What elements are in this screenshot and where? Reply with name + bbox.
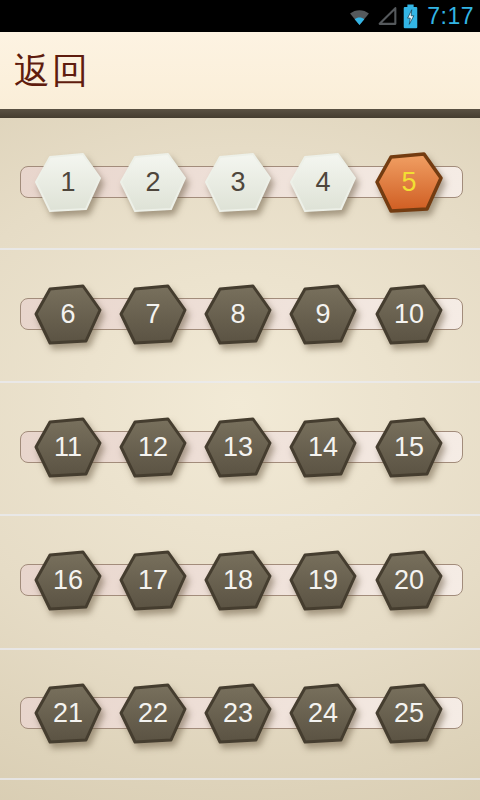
row-divider xyxy=(0,648,480,650)
level-number: 5 xyxy=(375,152,443,214)
level-button-3[interactable]: 3 xyxy=(204,152,272,214)
row-divider xyxy=(0,778,480,780)
level-number: 16 xyxy=(34,550,102,612)
level-button-19[interactable]: 19 xyxy=(289,550,357,612)
level-number: 18 xyxy=(204,550,272,612)
level-number: 14 xyxy=(289,417,357,479)
row-divider xyxy=(0,248,480,250)
level-number: 6 xyxy=(34,284,102,346)
level-number: 1 xyxy=(34,152,102,214)
level-number: 15 xyxy=(375,417,443,479)
level-button-25[interactable]: 25 xyxy=(375,683,443,745)
signal-strength-icon xyxy=(376,4,399,28)
level-number: 17 xyxy=(119,550,187,612)
level-button-1[interactable]: 1 xyxy=(34,152,102,214)
level-button-20[interactable]: 20 xyxy=(375,550,443,612)
level-button-7[interactable]: 7 xyxy=(119,284,187,346)
level-button-18[interactable]: 18 xyxy=(204,550,272,612)
battery-charging-icon xyxy=(402,4,419,29)
level-number: 9 xyxy=(289,284,357,346)
level-button-13[interactable]: 13 xyxy=(204,417,272,479)
level-number: 11 xyxy=(34,417,102,479)
level-row-3: 11 12 13 14 15 xyxy=(0,417,480,479)
level-list: 1 2 3 4 5 6 xyxy=(0,118,480,800)
level-button-12[interactable]: 12 xyxy=(119,417,187,479)
level-button-23[interactable]: 23 xyxy=(204,683,272,745)
level-number: 2 xyxy=(119,152,187,214)
level-number: 4 xyxy=(289,152,357,214)
level-number: 7 xyxy=(119,284,187,346)
level-number: 25 xyxy=(375,683,443,745)
level-number: 24 xyxy=(289,683,357,745)
row-divider xyxy=(0,381,480,383)
level-number: 23 xyxy=(204,683,272,745)
level-button-10[interactable]: 10 xyxy=(375,284,443,346)
level-number: 20 xyxy=(375,550,443,612)
level-button-4[interactable]: 4 xyxy=(289,152,357,214)
level-button-2[interactable]: 2 xyxy=(119,152,187,214)
level-button-8[interactable]: 8 xyxy=(204,284,272,346)
level-button-17[interactable]: 17 xyxy=(119,550,187,612)
level-number: 22 xyxy=(119,683,187,745)
level-number: 8 xyxy=(204,284,272,346)
back-button[interactable]: 返回 xyxy=(14,46,90,95)
level-button-6[interactable]: 6 xyxy=(34,284,102,346)
level-number: 3 xyxy=(204,152,272,214)
level-button-9[interactable]: 9 xyxy=(289,284,357,346)
level-number: 10 xyxy=(375,284,443,346)
level-button-5[interactable]: 5 xyxy=(375,152,443,214)
level-row-2: 6 7 8 9 10 xyxy=(0,284,480,346)
level-number: 21 xyxy=(34,683,102,745)
level-button-15[interactable]: 15 xyxy=(375,417,443,479)
level-button-22[interactable]: 22 xyxy=(119,683,187,745)
level-button-21[interactable]: 21 xyxy=(34,683,102,745)
level-button-24[interactable]: 24 xyxy=(289,683,357,745)
level-number: 13 xyxy=(204,417,272,479)
level-row-1: 1 2 3 4 5 xyxy=(0,152,480,214)
header-divider xyxy=(0,109,480,118)
status-bar-clock: 7:17 xyxy=(427,0,474,32)
level-button-11[interactable]: 11 xyxy=(34,417,102,479)
status-bar: 7:17 xyxy=(0,0,480,32)
level-button-14[interactable]: 14 xyxy=(289,417,357,479)
level-button-16[interactable]: 16 xyxy=(34,550,102,612)
wifi-icon xyxy=(346,4,373,28)
level-row-4: 16 17 18 19 20 xyxy=(0,550,480,612)
level-number: 12 xyxy=(119,417,187,479)
level-row-5: 21 22 23 24 25 xyxy=(0,683,480,745)
screen: 7:17 返回 1 2 3 4 5 xyxy=(0,0,480,800)
title-bar: 返回 xyxy=(0,32,480,109)
level-number: 19 xyxy=(289,550,357,612)
row-divider xyxy=(0,514,480,516)
